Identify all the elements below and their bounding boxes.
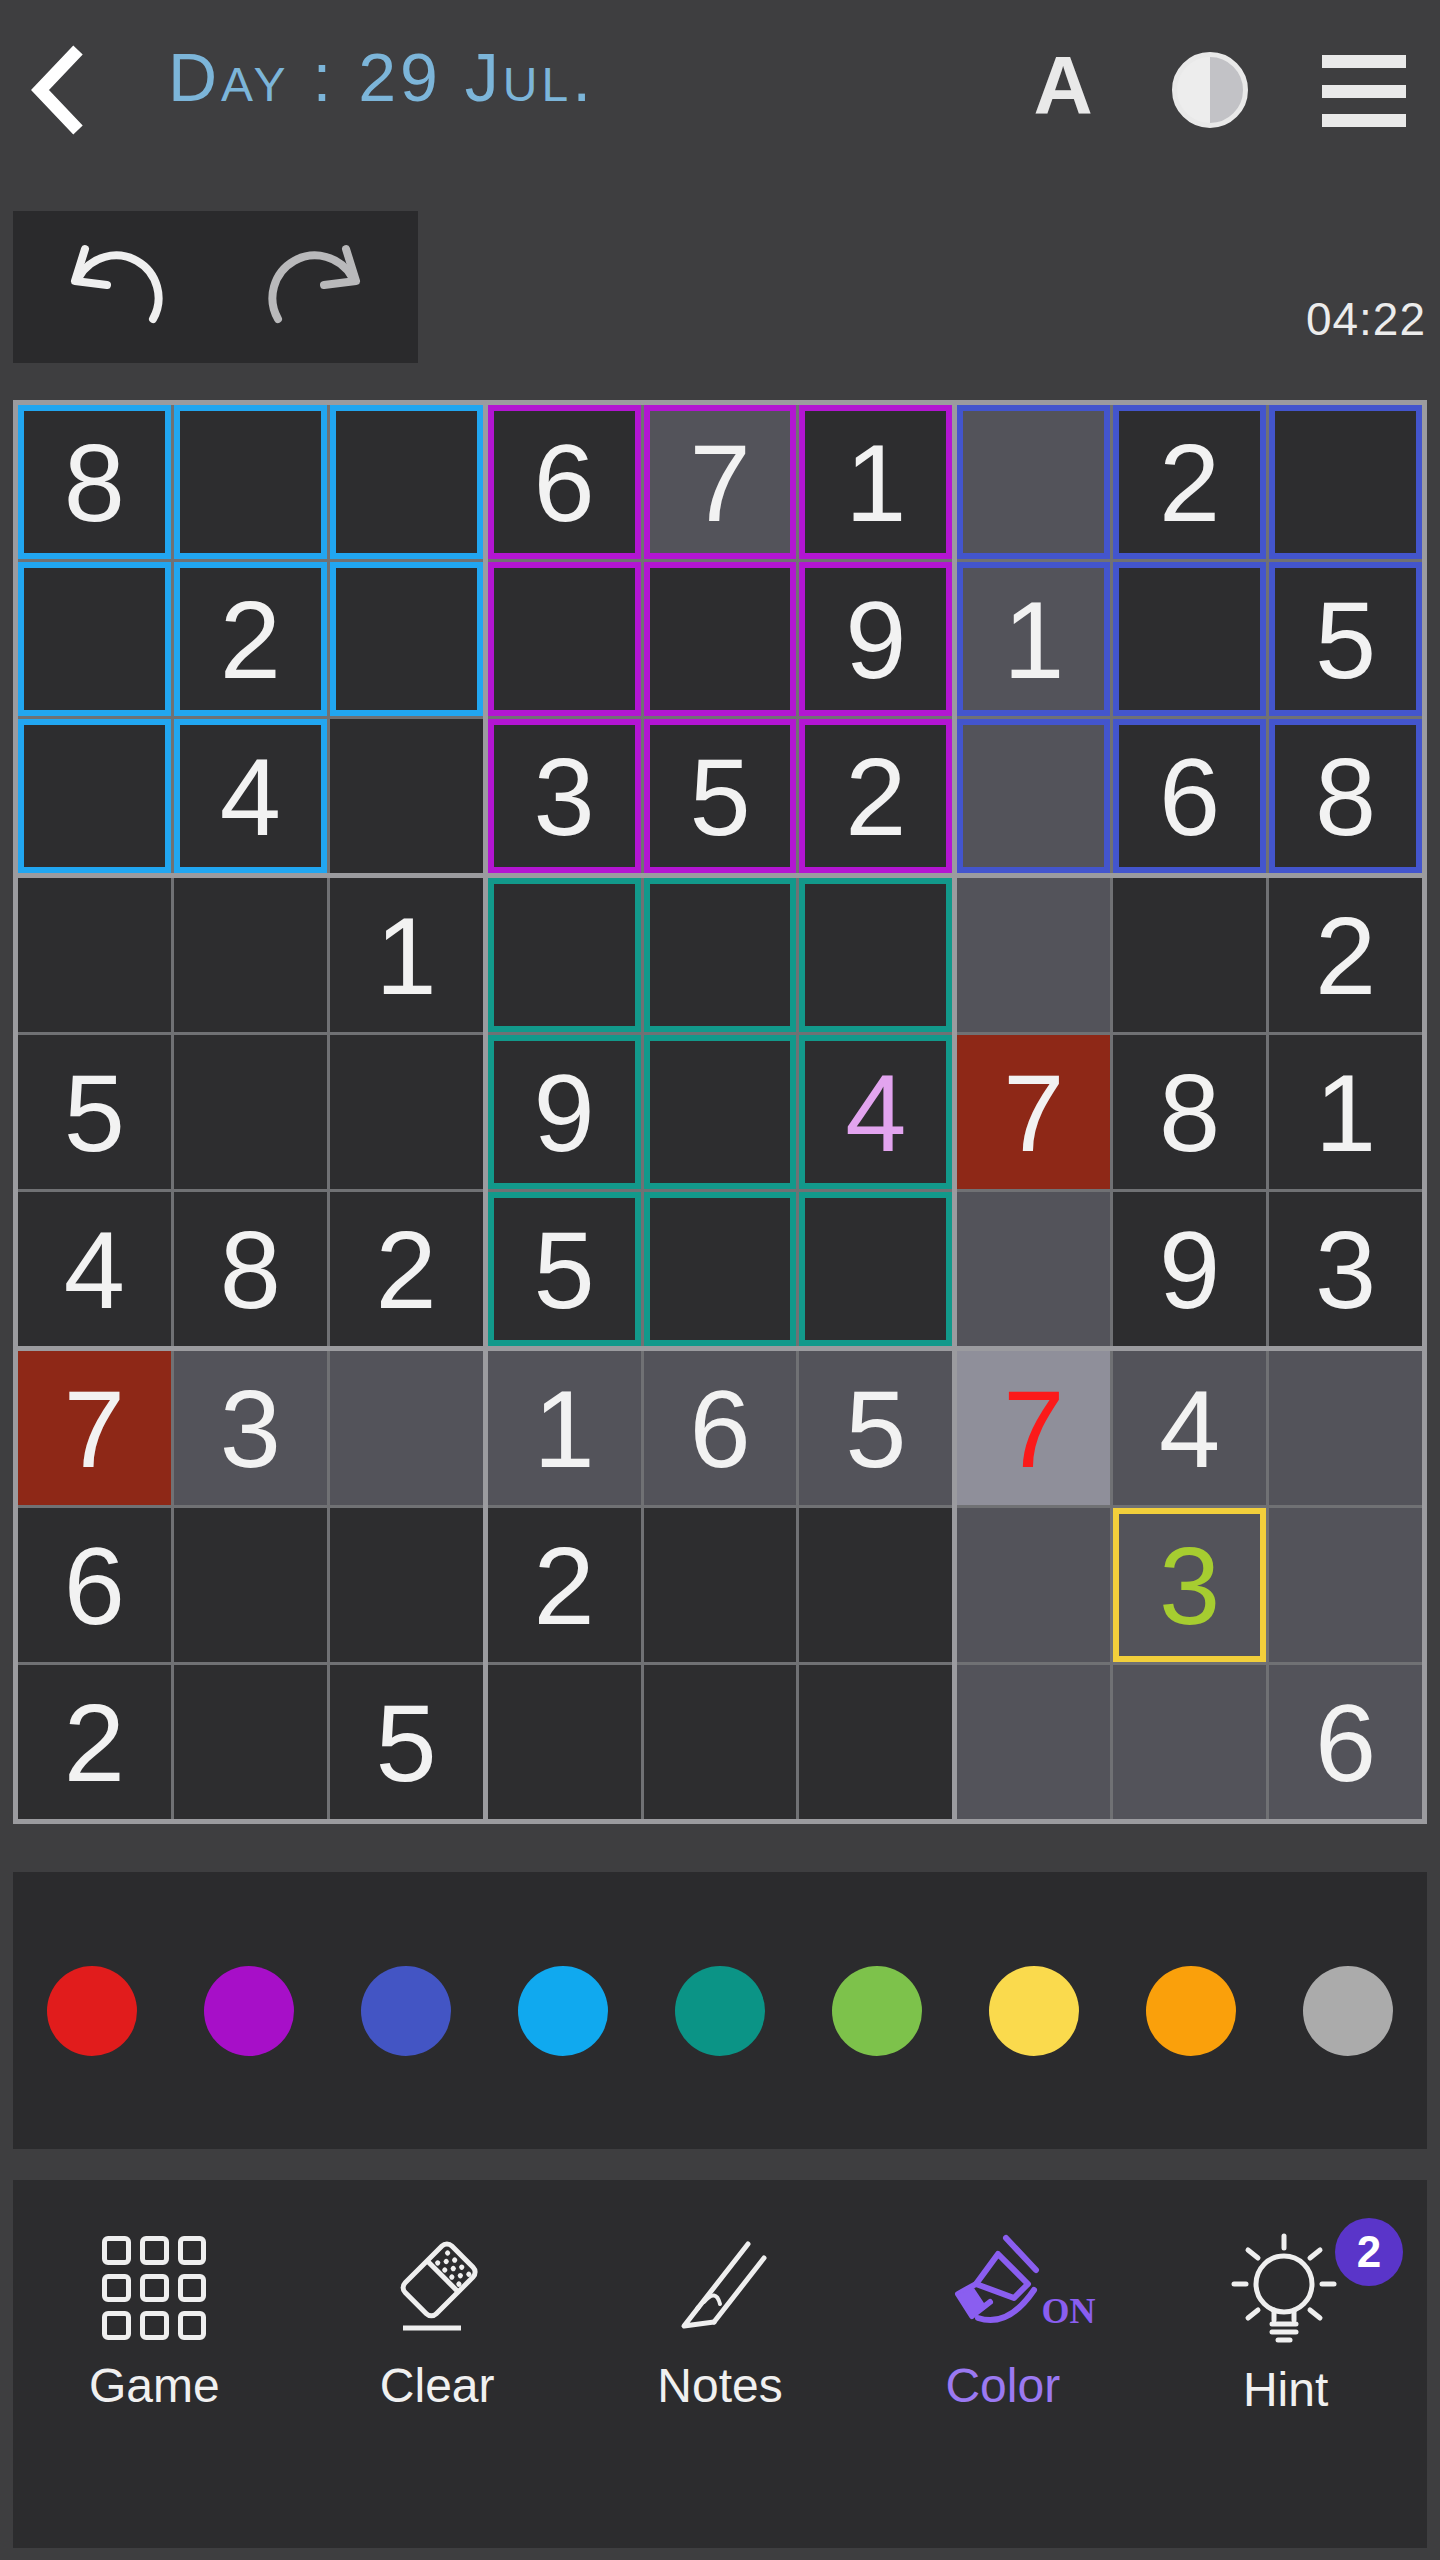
cell-r3c6[interactable]: 2 <box>799 719 952 873</box>
cell-r5c3[interactable] <box>330 1035 483 1189</box>
cell-r5c8[interactable]: 8 <box>1113 1035 1266 1189</box>
hint-label: Hint <box>1243 2362 1328 2417</box>
cell-r6c9[interactable]: 3 <box>1269 1192 1422 1346</box>
game-button[interactable]: Game <box>13 2180 296 2548</box>
palette-color-cyan[interactable] <box>518 1966 608 2056</box>
cell-r9c8[interactable] <box>1113 1665 1266 1819</box>
cell-r4c2[interactable] <box>174 878 327 1032</box>
palette-color-gray[interactable] <box>1303 1966 1393 2056</box>
cell-r3c2[interactable]: 4 <box>174 719 327 873</box>
cell-r3c3[interactable] <box>330 719 483 873</box>
clear-label: Clear <box>380 2358 495 2413</box>
hint-count-badge: 2 <box>1335 2218 1403 2286</box>
cell-r8c3[interactable] <box>330 1508 483 1662</box>
color-palette <box>13 1872 1427 2149</box>
notes-button[interactable]: Notes <box>579 2180 862 2548</box>
cell-r7c2[interactable]: 3 <box>174 1351 327 1505</box>
cell-r9c2[interactable] <box>174 1665 327 1819</box>
timer: 04:22 <box>1306 292 1426 346</box>
cell-r6c6[interactable] <box>799 1192 952 1346</box>
cell-r7c8[interactable]: 4 <box>1113 1351 1266 1505</box>
hint-button[interactable]: 2 Hint <box>1144 2180 1427 2548</box>
cell-r1c2[interactable] <box>174 405 327 559</box>
palette-color-purple[interactable] <box>204 1966 294 2056</box>
cell-r6c7[interactable] <box>957 1192 1110 1346</box>
cell-r2c6[interactable]: 9 <box>799 562 952 716</box>
cell-r1c4[interactable]: 6 <box>488 405 641 559</box>
palette-color-yellow[interactable] <box>989 1966 1079 2056</box>
cell-r4c8[interactable] <box>1113 878 1266 1032</box>
cell-r8c5[interactable] <box>644 1508 797 1662</box>
contrast-theme-icon[interactable] <box>1172 52 1248 128</box>
cell-r8c7[interactable] <box>957 1508 1110 1662</box>
cell-r6c1[interactable]: 4 <box>18 1192 171 1346</box>
cell-r4c7[interactable] <box>957 878 1110 1032</box>
cell-r8c1[interactable]: 6 <box>18 1508 171 1662</box>
cell-r9c5[interactable] <box>644 1665 797 1819</box>
cell-r7c1[interactable]: 7 <box>18 1351 171 1505</box>
cell-r4c9[interactable]: 2 <box>1269 878 1422 1032</box>
cell-r2c4[interactable] <box>488 562 641 716</box>
cell-r3c8[interactable]: 6 <box>1113 719 1266 873</box>
cell-r3c4[interactable]: 3 <box>488 719 641 873</box>
box-3: 21568 <box>957 405 1422 873</box>
cell-r7c5[interactable]: 6 <box>644 1351 797 1505</box>
cell-r8c6[interactable] <box>799 1508 952 1662</box>
cell-r5c5[interactable] <box>644 1035 797 1189</box>
cell-r2c5[interactable] <box>644 562 797 716</box>
palette-color-orange[interactable] <box>1146 1966 1236 2056</box>
cell-r5c2[interactable] <box>174 1035 327 1189</box>
sudoku-board: 8246719352215681548294527819373625165274… <box>13 400 1427 1824</box>
cell-r7c3[interactable] <box>330 1351 483 1505</box>
cell-r2c3[interactable] <box>330 562 483 716</box>
undo-button[interactable] <box>49 235 179 339</box>
box-5: 945 <box>488 878 953 1346</box>
hamburger-menu-icon[interactable] <box>1322 55 1406 127</box>
cell-r9c1[interactable]: 2 <box>18 1665 171 1819</box>
cell-r8c2[interactable] <box>174 1508 327 1662</box>
palette-color-green[interactable] <box>832 1966 922 2056</box>
cell-r9c4[interactable] <box>488 1665 641 1819</box>
cell-r9c6[interactable] <box>799 1665 952 1819</box>
cell-r6c8[interactable]: 9 <box>1113 1192 1266 1346</box>
cell-r2c9[interactable]: 5 <box>1269 562 1422 716</box>
game-grid-icon <box>98 2232 210 2344</box>
pencil-icon <box>660 2232 780 2344</box>
cell-r9c7[interactable] <box>957 1665 1110 1819</box>
box-1: 824 <box>18 405 483 873</box>
cell-r1c5[interactable]: 7 <box>644 405 797 559</box>
box-7: 73625 <box>18 1351 483 1819</box>
cell-r3c9[interactable]: 8 <box>1269 719 1422 873</box>
sudoku-app-screen: Day : 29 Jul. A 04:22 824671935221568154… <box>0 0 1440 2560</box>
cell-r1c6[interactable]: 1 <box>799 405 952 559</box>
lightbulb-icon <box>1226 2232 1346 2348</box>
cell-r4c3[interactable]: 1 <box>330 878 483 1032</box>
cell-r2c2[interactable]: 2 <box>174 562 327 716</box>
cell-r6c5[interactable] <box>644 1192 797 1346</box>
cell-r1c3[interactable] <box>330 405 483 559</box>
cell-r6c2[interactable]: 8 <box>174 1192 327 1346</box>
history-panel <box>13 211 418 363</box>
cell-r9c3[interactable]: 5 <box>330 1665 483 1819</box>
cell-r8c4[interactable]: 2 <box>488 1508 641 1662</box>
cell-r6c4[interactable]: 5 <box>488 1192 641 1346</box>
cell-r3c5[interactable]: 5 <box>644 719 797 873</box>
game-label: Game <box>89 2358 220 2413</box>
eraser-icon <box>377 2232 497 2344</box>
cell-r3c7[interactable] <box>957 719 1110 873</box>
notes-label: Notes <box>657 2358 782 2413</box>
font-size-button[interactable]: A <box>1018 30 1108 140</box>
cell-r5c6[interactable]: 4 <box>799 1035 952 1189</box>
palette-color-indigo[interactable] <box>361 1966 451 2056</box>
color-on-state: ON <box>1041 2290 1095 2332</box>
cell-r1c7[interactable] <box>957 405 1110 559</box>
clear-button[interactable]: Clear <box>296 2180 579 2548</box>
box-4: 15482 <box>18 878 483 1346</box>
box-9: 7436 <box>957 1351 1422 1819</box>
cell-r6c3[interactable]: 2 <box>330 1192 483 1346</box>
cell-r8c9[interactable] <box>1269 1508 1422 1662</box>
color-label: Color <box>945 2358 1060 2413</box>
back-button[interactable] <box>28 44 88 136</box>
cell-r3c1[interactable] <box>18 719 171 873</box>
color-button[interactable]: ON Color <box>861 2180 1144 2548</box>
cell-r7c6[interactable]: 5 <box>799 1351 952 1505</box>
toolbar: Game Clear <box>13 2180 1427 2548</box>
cell-r5c1[interactable]: 5 <box>18 1035 171 1189</box>
page-title: Day : 29 Jul. <box>168 38 595 116</box>
box-6: 278193 <box>957 878 1422 1346</box>
cell-r2c8[interactable] <box>1113 562 1266 716</box>
cell-r5c4[interactable]: 9 <box>488 1035 641 1189</box>
cell-r4c6[interactable] <box>799 878 952 1032</box>
palette-color-red[interactable] <box>47 1966 137 2056</box>
cell-r5c9[interactable]: 1 <box>1269 1035 1422 1189</box>
cell-r1c1[interactable]: 8 <box>18 405 171 559</box>
cell-r7c7[interactable]: 7 <box>957 1351 1110 1505</box>
cell-r7c4[interactable]: 1 <box>488 1351 641 1505</box>
cell-r1c8[interactable]: 2 <box>1113 405 1266 559</box>
cell-r9c9[interactable]: 6 <box>1269 1665 1422 1819</box>
cell-r7c9[interactable] <box>1269 1351 1422 1505</box>
box-2: 6719352 <box>488 405 953 873</box>
cell-r1c9[interactable] <box>1269 405 1422 559</box>
box-8: 1652 <box>488 1351 953 1819</box>
cell-r4c1[interactable] <box>18 878 171 1032</box>
cell-r2c7[interactable]: 1 <box>957 562 1110 716</box>
cell-r5c7[interactable]: 7 <box>957 1035 1110 1189</box>
back-chevron-icon <box>40 50 78 130</box>
cell-r8c8[interactable]: 3 <box>1113 1508 1266 1662</box>
palette-color-teal[interactable] <box>675 1966 765 2056</box>
cell-r2c1[interactable] <box>18 562 171 716</box>
cell-r4c4[interactable] <box>488 878 641 1032</box>
cell-r4c5[interactable] <box>644 878 797 1032</box>
redo-button[interactable] <box>252 235 382 339</box>
